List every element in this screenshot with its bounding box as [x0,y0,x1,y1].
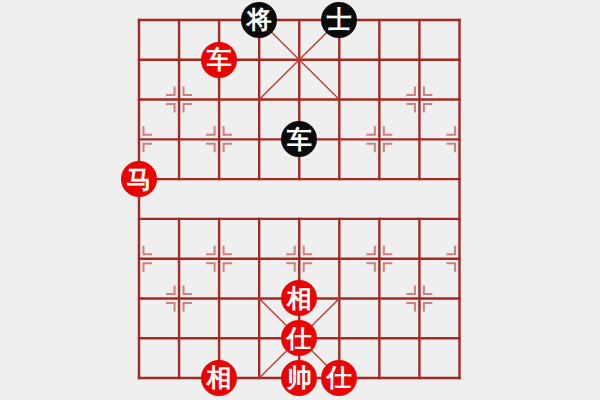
board-point [119,119,159,159]
board-point: 车 [199,40,239,80]
board-point [399,159,439,199]
board-point: 将 [239,0,279,40]
piece-black-advisor[interactable]: 士 [321,2,357,38]
board-point [199,159,239,199]
board-point [119,318,159,358]
board-point [119,358,159,398]
board-grid: 将士车车马相仕相帅仕 [119,0,479,398]
board-point [359,159,399,199]
piece-red-advisor[interactable]: 仕 [281,320,317,356]
board-point [319,80,359,120]
board-point [439,119,479,159]
board-point [279,239,319,279]
board-point [439,199,479,239]
board-point [119,239,159,279]
board-point [399,80,439,120]
board-point [199,199,239,239]
board-point [439,80,479,120]
board-point: 车 [279,119,319,159]
board-point: 相 [199,358,239,398]
piece-red-elephant[interactable]: 相 [281,280,317,316]
board-point [439,278,479,318]
board-point [159,119,199,159]
board-point: 仕 [319,358,359,398]
board-point [359,318,399,358]
board-point [159,278,199,318]
board-point: 帅 [279,358,319,398]
board-point [399,239,439,279]
board-point [439,40,479,80]
board-point [399,40,439,80]
piece-red-general[interactable]: 帅 [281,360,317,396]
board-point [119,0,159,40]
xiangqi-board: 将士车车马相仕相帅仕 [0,0,600,400]
board-point [359,40,399,80]
board-point [399,318,439,358]
board-point [119,40,159,80]
board-point [319,278,359,318]
board-point [199,318,239,358]
board-point [239,80,279,120]
board-point [159,40,199,80]
board-point: 相 [279,278,319,318]
board-point [159,0,199,40]
board-point [359,80,399,120]
board-point [359,358,399,398]
board-point [239,159,279,199]
board-point [159,358,199,398]
board-point [279,80,319,120]
piece-red-elephant[interactable]: 相 [201,360,237,396]
board-point [199,80,239,120]
board-point [159,318,199,358]
board-point [319,239,359,279]
board-point [359,0,399,40]
board-point [199,0,239,40]
board-point [199,278,239,318]
board-point [439,239,479,279]
board-point [439,159,479,199]
board-point [239,119,279,159]
board-point [439,358,479,398]
board-point [159,80,199,120]
board-point [319,159,359,199]
piece-black-general[interactable]: 将 [241,2,277,38]
board-point: 仕 [279,318,319,358]
board-point [279,199,319,239]
board-point [399,278,439,318]
piece-red-horse[interactable]: 马 [121,161,157,197]
board-point [279,0,319,40]
board-point [399,119,439,159]
board-point [239,358,279,398]
board-point [239,199,279,239]
board-point [239,40,279,80]
board-point [119,80,159,120]
board-point [159,159,199,199]
board-point [199,239,239,279]
board-point [319,40,359,80]
board-point [199,119,239,159]
board-point: 马 [119,159,159,199]
board-point [279,40,319,80]
piece-red-advisor[interactable]: 仕 [321,360,357,396]
board-point [119,278,159,318]
board-point [359,199,399,239]
board-point [399,358,439,398]
board-point [159,239,199,279]
board-point [319,199,359,239]
board-point [239,278,279,318]
board-point [239,318,279,358]
board-point [399,0,439,40]
board-point [279,159,319,199]
board-point: 士 [319,0,359,40]
board-point [319,119,359,159]
board-point [439,0,479,40]
board-point [359,119,399,159]
piece-black-chariot[interactable]: 车 [281,121,317,157]
board-point [119,199,159,239]
piece-red-chariot[interactable]: 车 [201,42,237,78]
board-point [439,318,479,358]
board-point [159,199,199,239]
board-point [319,318,359,358]
board-point [359,278,399,318]
board-point [399,199,439,239]
board-point [239,239,279,279]
board-point [359,239,399,279]
